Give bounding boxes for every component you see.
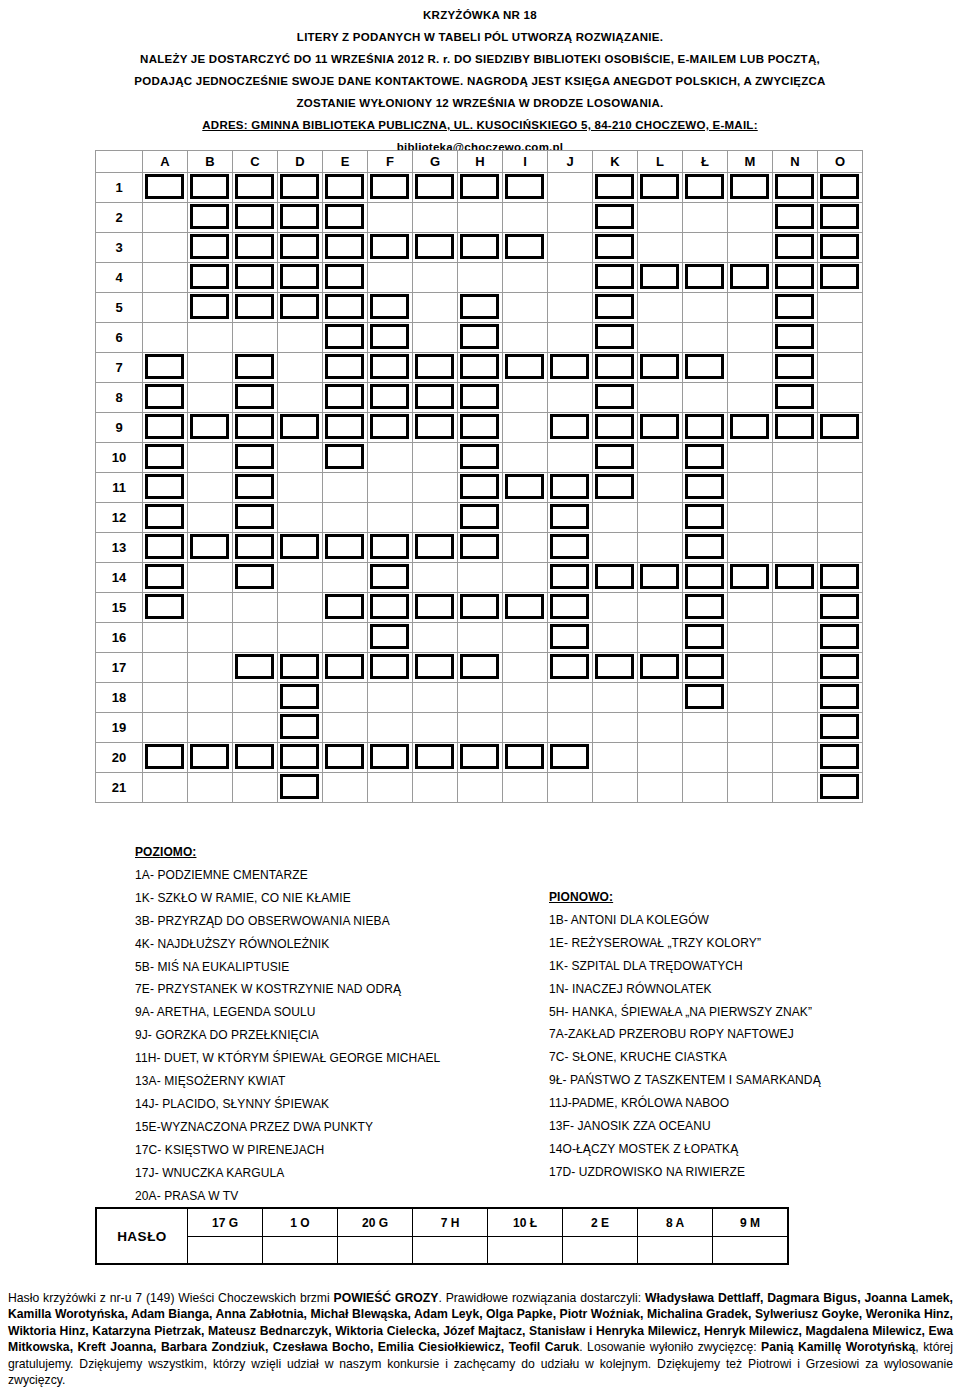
grid-cell[interactable] — [773, 203, 818, 233]
across-title: POZIOMO: — [135, 841, 440, 864]
grid-blocked-cell — [818, 533, 863, 563]
grid-cell[interactable] — [458, 593, 503, 623]
grid-blocked-cell — [683, 743, 728, 773]
column-header: A — [143, 151, 188, 173]
grid-blocked-cell — [548, 293, 593, 323]
grid-cell[interactable] — [593, 233, 638, 263]
grid-cell[interactable] — [278, 743, 323, 773]
grid-cell[interactable] — [458, 293, 503, 323]
haslo-answer-cell[interactable] — [562, 1237, 637, 1263]
grid-cell[interactable] — [683, 413, 728, 443]
grid-blocked-cell — [503, 713, 548, 743]
grid-blocked-cell — [638, 323, 683, 353]
grid-cell[interactable] — [773, 323, 818, 353]
grid-cell[interactable] — [593, 353, 638, 383]
grid-blocked-cell — [728, 473, 773, 503]
grid-cell[interactable] — [458, 323, 503, 353]
grid-cell[interactable] — [818, 203, 863, 233]
grid-blocked-cell — [458, 713, 503, 743]
grid-blocked-cell — [728, 743, 773, 773]
grid-blocked-cell — [818, 503, 863, 533]
row-label: 4 — [96, 263, 143, 293]
grid-cell[interactable] — [593, 173, 638, 203]
header-line: PODAJĄC JEDNOCZEŚNIE SWOJE DANE KONTAKTO… — [0, 70, 960, 92]
grid-cell[interactable] — [323, 203, 368, 233]
grid-cell[interactable] — [818, 173, 863, 203]
grid-blocked-cell — [638, 473, 683, 503]
grid-cell[interactable] — [638, 413, 683, 443]
grid-blocked-cell — [638, 743, 683, 773]
grid-cell[interactable] — [188, 203, 233, 233]
grid-cell[interactable] — [278, 653, 323, 683]
grid-blocked-cell — [188, 593, 233, 623]
grid-cell[interactable] — [818, 563, 863, 593]
grid-cell[interactable] — [773, 263, 818, 293]
grid-cell[interactable] — [188, 533, 233, 563]
row-label: 7 — [96, 353, 143, 383]
grid-blocked-cell — [188, 623, 233, 653]
grid-blocked-cell — [458, 263, 503, 293]
grid-cell[interactable] — [368, 173, 413, 203]
haslo-answer-cell[interactable] — [187, 1237, 262, 1263]
footer-winner-name: Panią Kamillę Worotyńską — [761, 1340, 915, 1354]
grid-cell[interactable] — [233, 173, 278, 203]
grid-blocked-cell — [278, 503, 323, 533]
grid-cell[interactable] — [278, 293, 323, 323]
grid-cell[interactable] — [323, 293, 368, 323]
grid-cell[interactable] — [323, 533, 368, 563]
grid-cell[interactable] — [233, 353, 278, 383]
grid-cell[interactable] — [143, 533, 188, 563]
grid-blocked-cell — [143, 293, 188, 323]
grid-cell[interactable] — [368, 653, 413, 683]
grid-blocked-cell — [413, 293, 458, 323]
grid-cell[interactable] — [548, 593, 593, 623]
grid-cell[interactable] — [323, 653, 368, 683]
grid-cell[interactable] — [638, 173, 683, 203]
grid-cell[interactable] — [818, 623, 863, 653]
grid-blocked-cell — [278, 443, 323, 473]
grid-cell[interactable] — [503, 173, 548, 203]
grid-blocked-cell — [773, 533, 818, 563]
grid-cell[interactable] — [818, 773, 863, 803]
row-label: 2 — [96, 203, 143, 233]
grid-cell[interactable] — [818, 683, 863, 713]
grid-blocked-cell — [368, 503, 413, 533]
grid-cell[interactable] — [323, 593, 368, 623]
grid-cell[interactable] — [368, 533, 413, 563]
grid-cell[interactable] — [413, 653, 458, 683]
grid-cell[interactable] — [458, 443, 503, 473]
grid-cell[interactable] — [458, 233, 503, 263]
grid-cell[interactable] — [593, 413, 638, 443]
grid-cell[interactable] — [278, 263, 323, 293]
grid-cell[interactable] — [503, 593, 548, 623]
grid-cell[interactable] — [458, 173, 503, 203]
grid-cell[interactable] — [233, 233, 278, 263]
grid-cell[interactable] — [278, 413, 323, 443]
grid-blocked-cell — [503, 533, 548, 563]
grid-cell[interactable] — [143, 173, 188, 203]
grid-cell[interactable] — [773, 233, 818, 263]
grid-cell[interactable] — [593, 383, 638, 413]
grid-blocked-cell — [503, 563, 548, 593]
grid-cell[interactable] — [323, 173, 368, 203]
row-label: 5 — [96, 293, 143, 323]
grid-cell[interactable] — [683, 473, 728, 503]
haslo-ref-cell: 2 E — [562, 1209, 637, 1237]
haslo-answer-cell[interactable] — [412, 1237, 487, 1263]
grid-cell[interactable] — [548, 623, 593, 653]
grid-cell[interactable] — [368, 383, 413, 413]
grid-blocked-cell — [773, 623, 818, 653]
grid-blocked-cell — [368, 683, 413, 713]
grid-blocked-cell — [458, 623, 503, 653]
grid-blocked-cell — [413, 503, 458, 533]
column-header: J — [548, 151, 593, 173]
grid-cell[interactable] — [233, 533, 278, 563]
grid-cell[interactable] — [323, 443, 368, 473]
grid-cell[interactable] — [143, 743, 188, 773]
grid-blocked-cell — [143, 623, 188, 653]
grid-cell[interactable] — [233, 263, 278, 293]
grid-cell[interactable] — [503, 233, 548, 263]
grid-cell[interactable] — [818, 713, 863, 743]
grid-cell[interactable] — [683, 593, 728, 623]
column-header: D — [278, 151, 323, 173]
header-line: NALEŻY JE DOSTARCZYĆ DO 11 WRZEŚNIA 2012… — [0, 48, 960, 70]
grid-blocked-cell — [143, 323, 188, 353]
clue-line: 13F- JANOSIK ZZA OCEANU — [549, 1115, 821, 1138]
grid-cell[interactable] — [323, 323, 368, 353]
grid-blocked-cell — [728, 593, 773, 623]
haslo-answer-cell[interactable] — [487, 1237, 562, 1263]
grid-blocked-cell — [548, 683, 593, 713]
grid-cell[interactable] — [233, 743, 278, 773]
grid-cell[interactable] — [548, 533, 593, 563]
clue-line: 7C- SŁONE, KRUCHE CIASTKA — [549, 1046, 821, 1069]
grid-cell[interactable] — [233, 413, 278, 443]
page-title: KRZYŻÓWKA NR 18 — [0, 4, 960, 26]
grid-cell[interactable] — [593, 263, 638, 293]
row-label: 8 — [96, 383, 143, 413]
grid-blocked-cell — [323, 473, 368, 503]
grid-cell[interactable] — [458, 653, 503, 683]
grid-cell[interactable] — [278, 533, 323, 563]
grid-cell[interactable] — [548, 503, 593, 533]
haslo-label: HASŁO — [97, 1209, 187, 1263]
grid-cell[interactable] — [278, 203, 323, 233]
grid-cell[interactable] — [458, 473, 503, 503]
grid-cell[interactable] — [683, 683, 728, 713]
grid-blocked-cell — [548, 773, 593, 803]
grid-cell[interactable] — [818, 263, 863, 293]
grid-cell[interactable] — [683, 173, 728, 203]
grid-blocked-cell — [413, 473, 458, 503]
down-title: PIONOWO: — [549, 886, 821, 909]
clue-line: 3B- PRZYRZĄD DO OBSERWOWANIA NIEBA — [135, 910, 440, 933]
grid-cell[interactable] — [548, 743, 593, 773]
grid-cell[interactable] — [278, 683, 323, 713]
grid-cell[interactable] — [368, 353, 413, 383]
grid-blocked-cell — [233, 713, 278, 743]
grid-blocked-cell — [638, 203, 683, 233]
grid-cell[interactable] — [458, 413, 503, 443]
header-line: LITERY Z PODANYCH W TABELI PÓL UTWORZĄ R… — [0, 26, 960, 48]
haslo-answer-cell[interactable] — [712, 1237, 787, 1263]
clue-line: 17C- KSIĘSTWO W PIRENEJACH — [135, 1139, 440, 1162]
grid-blocked-cell — [593, 773, 638, 803]
grid-cell[interactable] — [638, 353, 683, 383]
grid-cell[interactable] — [233, 383, 278, 413]
grid-blocked-cell — [773, 773, 818, 803]
grid-cell[interactable] — [773, 293, 818, 323]
grid-blocked-cell — [278, 473, 323, 503]
clue-line: 7A-ZAKŁAD PRZEROBU ROPY NAFTOWEJ — [549, 1023, 821, 1046]
grid-cell[interactable] — [728, 173, 773, 203]
grid-cell[interactable] — [323, 743, 368, 773]
grid-cell[interactable] — [323, 353, 368, 383]
grid-cell[interactable] — [728, 263, 773, 293]
haslo-ref-cell: 20 G — [337, 1209, 412, 1237]
grid-cell[interactable] — [728, 413, 773, 443]
grid-cell[interactable] — [188, 413, 233, 443]
grid-cell[interactable] — [368, 413, 413, 443]
column-header: M — [728, 151, 773, 173]
grid-cell[interactable] — [593, 443, 638, 473]
column-header: K — [593, 151, 638, 173]
haslo-answer-cell[interactable] — [337, 1237, 412, 1263]
grid-cell[interactable] — [593, 293, 638, 323]
grid-cell[interactable] — [773, 563, 818, 593]
grid-cell[interactable] — [143, 443, 188, 473]
grid-blocked-cell — [278, 623, 323, 653]
grid-cell[interactable] — [503, 743, 548, 773]
grid-cell[interactable] — [413, 533, 458, 563]
grid-cell[interactable] — [413, 353, 458, 383]
grid-cell[interactable] — [368, 563, 413, 593]
grid-blocked-cell — [233, 593, 278, 623]
grid-blocked-cell — [593, 623, 638, 653]
grid-cell[interactable] — [638, 563, 683, 593]
grid-blocked-cell — [233, 773, 278, 803]
grid-cell[interactable] — [188, 293, 233, 323]
grid-blocked-cell — [188, 683, 233, 713]
grid-blocked-cell — [413, 323, 458, 353]
grid-blocked-cell — [188, 653, 233, 683]
haslo-answer-cell[interactable] — [637, 1237, 712, 1263]
grid-cell[interactable] — [323, 263, 368, 293]
grid-cell[interactable] — [233, 653, 278, 683]
grid-blocked-cell — [233, 623, 278, 653]
grid-cell[interactable] — [413, 593, 458, 623]
grid-cell[interactable] — [188, 233, 233, 263]
grid-cell[interactable] — [818, 413, 863, 443]
grid-cell[interactable] — [728, 563, 773, 593]
grid-blocked-cell — [368, 473, 413, 503]
haslo-ref-cell: 17 G — [187, 1209, 262, 1237]
grid-cell[interactable] — [278, 773, 323, 803]
clue-line: 1K- SZKŁO W RAMIE, CO NIE KŁAMIE — [135, 887, 440, 910]
grid-cell[interactable] — [233, 293, 278, 323]
grid-cell[interactable] — [638, 263, 683, 293]
grid-cell[interactable] — [593, 563, 638, 593]
grid-cell[interactable] — [278, 713, 323, 743]
grid-blocked-cell — [548, 233, 593, 263]
grid-cell[interactable] — [323, 413, 368, 443]
grid-blocked-cell — [323, 683, 368, 713]
grid-blocked-cell — [818, 353, 863, 383]
grid-blocked-cell — [593, 533, 638, 563]
grid-blocked-cell — [413, 623, 458, 653]
grid-cell[interactable] — [458, 743, 503, 773]
grid-cell[interactable] — [683, 263, 728, 293]
grid-blocked-cell — [683, 713, 728, 743]
haslo-ref-cell: 10 Ł — [487, 1209, 562, 1237]
grid-cell[interactable] — [143, 563, 188, 593]
grid-blocked-cell — [773, 443, 818, 473]
grid-cell[interactable] — [233, 443, 278, 473]
grid-blocked-cell — [593, 593, 638, 623]
grid-cell[interactable] — [683, 563, 728, 593]
row-label: 16 — [96, 623, 143, 653]
grid-blocked-cell — [413, 683, 458, 713]
grid-cell[interactable] — [773, 413, 818, 443]
grid-cell[interactable] — [368, 593, 413, 623]
grid-blocked-cell — [503, 503, 548, 533]
grid-cell[interactable] — [368, 743, 413, 773]
grid-cell[interactable] — [593, 323, 638, 353]
grid-cell[interactable] — [683, 503, 728, 533]
grid-cell[interactable] — [458, 383, 503, 413]
grid-blocked-cell — [458, 683, 503, 713]
grid-cell[interactable] — [773, 173, 818, 203]
grid-cell[interactable] — [683, 353, 728, 383]
grid-cell[interactable] — [233, 503, 278, 533]
grid-blocked-cell — [728, 233, 773, 263]
grid-corner-cell — [96, 151, 143, 173]
column-header: H — [458, 151, 503, 173]
grid-cell[interactable] — [188, 263, 233, 293]
grid-cell[interactable] — [548, 473, 593, 503]
row-label: 10 — [96, 443, 143, 473]
grid-blocked-cell — [548, 263, 593, 293]
grid-cell[interactable] — [233, 203, 278, 233]
grid-blocked-cell — [638, 233, 683, 263]
grid-cell[interactable] — [818, 593, 863, 623]
grid-blocked-cell — [728, 323, 773, 353]
grid-blocked-cell — [368, 263, 413, 293]
row-label: 3 — [96, 233, 143, 263]
grid-cell[interactable] — [458, 353, 503, 383]
grid-cell[interactable] — [278, 233, 323, 263]
grid-cell[interactable] — [368, 323, 413, 353]
haslo-answer-cell[interactable] — [262, 1237, 337, 1263]
grid-blocked-cell — [503, 323, 548, 353]
grid-blocked-cell — [503, 203, 548, 233]
grid-cell[interactable] — [143, 503, 188, 533]
grid-blocked-cell — [818, 383, 863, 413]
grid-cell[interactable] — [818, 233, 863, 263]
grid-cell[interactable] — [503, 473, 548, 503]
clue-line: 17D- UZDROWISKO NA RIWIERZE — [549, 1161, 821, 1184]
grid-cell[interactable] — [188, 743, 233, 773]
grid-blocked-cell — [323, 503, 368, 533]
grid-cell[interactable] — [503, 353, 548, 383]
grid-cell[interactable] — [593, 203, 638, 233]
grid-cell[interactable] — [413, 743, 458, 773]
grid-cell[interactable] — [233, 563, 278, 593]
grid-cell[interactable] — [143, 353, 188, 383]
clue-line: 13A- MIĘSOŻERNY KWIAT — [135, 1070, 440, 1093]
grid-blocked-cell — [728, 773, 773, 803]
grid-blocked-cell — [233, 323, 278, 353]
grid-blocked-cell — [638, 383, 683, 413]
grid-cell[interactable] — [143, 473, 188, 503]
grid-cell[interactable] — [458, 533, 503, 563]
grid-cell[interactable] — [548, 353, 593, 383]
grid-cell[interactable] — [548, 653, 593, 683]
grid-blocked-cell — [143, 263, 188, 293]
grid-cell[interactable] — [638, 653, 683, 683]
grid-cell[interactable] — [413, 383, 458, 413]
grid-cell[interactable] — [323, 233, 368, 263]
grid-cell[interactable] — [683, 443, 728, 473]
grid-cell[interactable] — [368, 623, 413, 653]
grid-blocked-cell — [638, 623, 683, 653]
grid-blocked-cell — [458, 203, 503, 233]
grid-cell[interactable] — [773, 353, 818, 383]
grid-cell[interactable] — [458, 503, 503, 533]
grid-cell[interactable] — [548, 413, 593, 443]
clue-line: 4K- NAJDŁUŻSZY RÓWNOLEŻNIK — [135, 933, 440, 956]
column-header: C — [233, 151, 278, 173]
grid-cell[interactable] — [278, 173, 323, 203]
grid-cell[interactable] — [593, 473, 638, 503]
grid-cell[interactable] — [368, 293, 413, 323]
clues-across-section: POZIOMO: 1A- PODZIEMNE CMENTARZE1K- SZKŁ… — [135, 841, 440, 1208]
grid-cell[interactable] — [593, 653, 638, 683]
clue-line: 1K- SZPITAL DLA TRĘDOWATYCH — [549, 955, 821, 978]
grid-cell[interactable] — [773, 383, 818, 413]
grid-blocked-cell — [503, 263, 548, 293]
grid-blocked-cell — [728, 653, 773, 683]
row-label: 13 — [96, 533, 143, 563]
grid-blocked-cell — [683, 773, 728, 803]
footer-paragraph: Hasło krzyżówki z nr-u 7 (149) Wieści Ch… — [8, 1290, 953, 1388]
grid-cell[interactable] — [233, 473, 278, 503]
grid-cell[interactable] — [818, 743, 863, 773]
grid-cell[interactable] — [368, 233, 413, 263]
grid-blocked-cell — [683, 323, 728, 353]
grid-cell[interactable] — [323, 383, 368, 413]
grid-cell[interactable] — [413, 233, 458, 263]
grid-cell[interactable] — [818, 653, 863, 683]
grid-cell[interactable] — [143, 383, 188, 413]
grid-cell[interactable] — [188, 173, 233, 203]
grid-cell[interactable] — [413, 173, 458, 203]
grid-blocked-cell — [773, 653, 818, 683]
grid-cell[interactable] — [143, 413, 188, 443]
grid-blocked-cell — [728, 683, 773, 713]
grid-cell[interactable] — [683, 653, 728, 683]
grid-cell[interactable] — [413, 413, 458, 443]
grid-cell[interactable] — [548, 563, 593, 593]
grid-cell[interactable] — [143, 593, 188, 623]
clue-line: 7E- PRZYSTANEK W KOSTRZYNIE NAD ODRĄ — [135, 978, 440, 1001]
grid-cell[interactable] — [683, 533, 728, 563]
grid-cell[interactable] — [683, 623, 728, 653]
